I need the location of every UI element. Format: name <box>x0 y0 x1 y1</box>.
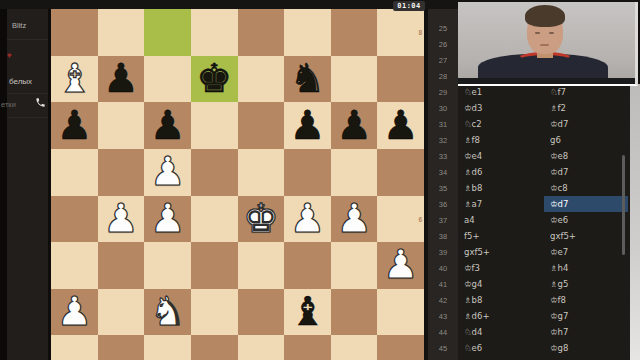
move-number: 29 <box>428 88 458 97</box>
move-33-white[interactable]: ♔e4 <box>458 148 544 164</box>
webcam-bottom-band <box>458 78 635 84</box>
white-pawn[interactable]: ♟ <box>383 244 419 284</box>
move-number: 27 <box>428 56 458 65</box>
square-g5[interactable] <box>331 149 378 196</box>
move-42-black[interactable]: ♔f8 <box>544 292 628 308</box>
window-right-strip <box>630 84 640 360</box>
move-31-white[interactable]: ♘c2 <box>458 116 544 132</box>
move-number: 26 <box>428 40 458 49</box>
square-d2[interactable] <box>191 289 238 336</box>
move-32-black[interactable]: g6 <box>544 132 628 148</box>
square-f8[interactable] <box>284 9 331 56</box>
move-37-black[interactable]: ♔e6 <box>544 212 628 228</box>
move-row-30: 30♔d3♗f2 <box>428 100 630 116</box>
move-number: 35 <box>428 184 458 193</box>
square-e2[interactable] <box>238 289 285 336</box>
move-row-45: 45♘e6♔g8 <box>428 340 630 356</box>
move-number: 43 <box>428 312 458 321</box>
move-number: 38 <box>428 232 458 241</box>
square-d5[interactable] <box>191 149 238 196</box>
move-37-white[interactable]: a4 <box>458 212 544 228</box>
move-number: 32 <box>428 136 458 145</box>
move-row-33: 33♔e4♔e8 <box>428 148 630 164</box>
square-c4[interactable]: ♟ <box>144 196 191 243</box>
sidebar-divider <box>7 117 48 118</box>
square-e1[interactable] <box>238 335 285 360</box>
move-38-white[interactable]: f5+ <box>458 228 544 244</box>
move-row-34: 34♗d6♔d7 <box>428 164 630 180</box>
square-e3[interactable] <box>238 242 285 289</box>
square-b8[interactable] <box>98 9 145 56</box>
square-b4[interactable]: ♟ <box>98 196 145 243</box>
chess-board[interactable]: 8♝♟♚♞7♟♟♟♟♟6♟5♟♟♚♟♟4♟3♟♞♝21 <box>51 9 424 360</box>
square-c2[interactable]: ♞ <box>144 289 191 336</box>
square-g7[interactable] <box>331 56 378 103</box>
move-number: 36 <box>428 200 458 209</box>
square-c6[interactable]: ♟ <box>144 102 191 149</box>
square-e5[interactable] <box>238 149 285 196</box>
sidebar: Blitz ♥ белых етки <box>7 9 48 360</box>
white-pawn[interactable]: ♟ <box>56 291 92 331</box>
move-44-black[interactable]: ♔h7 <box>544 324 628 340</box>
move-number: 37 <box>428 216 458 225</box>
streamer-hair <box>525 5 565 27</box>
move-number: 25 <box>428 24 458 33</box>
square-b2[interactable] <box>98 289 145 336</box>
move-32-white[interactable]: ♗f8 <box>458 132 544 148</box>
black-bishop[interactable]: ♝ <box>290 291 326 331</box>
move-45-white[interactable]: ♘e6 <box>458 340 544 356</box>
square-b5[interactable] <box>98 149 145 196</box>
move-row-44: 44♘d4♔h7 <box>428 324 630 340</box>
white-bishop[interactable]: ♝ <box>56 58 92 98</box>
move-number: 28 <box>428 72 458 81</box>
move-number: 44 <box>428 328 458 337</box>
streamer-mouth <box>540 44 549 46</box>
move-row-36: 36♗a7♔d7 <box>428 196 630 212</box>
square-d1[interactable] <box>191 335 238 360</box>
move-46-white[interactable]: b5 <box>458 356 544 360</box>
move-43-white[interactable]: ♗d6+ <box>458 308 544 324</box>
square-e6[interactable] <box>238 102 285 149</box>
square-h1[interactable]: 1 <box>377 335 424 360</box>
white-pawn[interactable]: ♟ <box>150 151 186 191</box>
phone-icon[interactable] <box>35 97 46 108</box>
square-a2[interactable]: ♟ <box>51 289 98 336</box>
move-31-black[interactable]: ♔d7 <box>544 116 628 132</box>
square-e8[interactable] <box>238 9 285 56</box>
sidebar-divider <box>7 93 48 94</box>
move-42-white[interactable]: ♗b8 <box>458 292 544 308</box>
square-c3[interactable] <box>144 242 191 289</box>
black-pawn[interactable]: ♟ <box>383 105 419 145</box>
move-40-white[interactable]: ♔f3 <box>458 260 544 276</box>
square-g2[interactable] <box>331 289 378 336</box>
move-30-white[interactable]: ♔d3 <box>458 100 544 116</box>
square-h4[interactable]: 4 <box>377 196 424 243</box>
square-f5[interactable] <box>284 149 331 196</box>
rank-label-8: 8 <box>418 29 422 36</box>
stream-clock: 01:04 <box>393 1 425 11</box>
black-pawn[interactable]: ♟ <box>103 58 139 98</box>
square-b3[interactable] <box>98 242 145 289</box>
move-number: 42 <box>428 296 458 305</box>
notes-label-fragment: етки <box>1 100 16 109</box>
square-b7[interactable]: ♟ <box>98 56 145 103</box>
move-number: 31 <box>428 120 458 129</box>
square-g4[interactable]: ♟ <box>331 196 378 243</box>
move-44-white[interactable]: ♘d4 <box>458 324 544 340</box>
move-row-37: 37a4♔e6 <box>428 212 630 228</box>
square-f4[interactable]: ♟ <box>284 196 331 243</box>
move-30-black[interactable]: ♗f2 <box>544 100 628 116</box>
square-h5[interactable]: 5 <box>377 149 424 196</box>
left-edge-strip <box>0 0 7 360</box>
move-number: 40 <box>428 264 458 273</box>
sidebar-divider <box>7 39 48 40</box>
black-pawn[interactable]: ♟ <box>336 105 372 145</box>
rank-label-6: 6 <box>418 215 422 222</box>
move-34-black[interactable]: ♔d7 <box>544 164 628 180</box>
black-pawn[interactable]: ♟ <box>56 105 92 145</box>
square-g6[interactable]: ♟ <box>331 102 378 149</box>
black-pawn[interactable]: ♟ <box>150 105 186 145</box>
square-a3[interactable] <box>51 242 98 289</box>
white-king[interactable]: ♚ <box>243 198 279 238</box>
move-29-white[interactable]: ♘e1 <box>458 84 544 100</box>
square-d8[interactable] <box>191 9 238 56</box>
streamer-eye <box>549 32 554 34</box>
move-34-white[interactable]: ♗d6 <box>458 164 544 180</box>
game-type-label: Blitz <box>12 21 26 30</box>
square-f2[interactable]: ♝ <box>284 289 331 336</box>
square-a1[interactable] <box>51 335 98 360</box>
white-knight[interactable]: ♞ <box>150 291 186 331</box>
square-h7[interactable]: 7 <box>377 56 424 103</box>
square-a4[interactable] <box>51 196 98 243</box>
move-list-scrollbar[interactable] <box>622 155 625 255</box>
white-pawn[interactable]: ♟ <box>290 198 326 238</box>
square-a5[interactable] <box>51 149 98 196</box>
move-35-black[interactable]: ♔c8 <box>544 180 628 196</box>
move-number: 34 <box>428 168 458 177</box>
square-h3[interactable]: ♟3 <box>377 242 424 289</box>
move-row-32: 32♗f8g6 <box>428 132 630 148</box>
heart-icon: ♥ <box>7 51 12 60</box>
move-row-29: 29♘e1♘f7 <box>428 84 630 100</box>
move-45-black[interactable]: ♔g8 <box>544 340 628 356</box>
webcam-feed <box>458 2 638 86</box>
black-knight[interactable]: ♞ <box>290 58 326 98</box>
move-40-black[interactable]: ♗h4 <box>544 260 628 276</box>
square-g8[interactable] <box>331 9 378 56</box>
square-a6[interactable]: ♟ <box>51 102 98 149</box>
square-d4[interactable] <box>191 196 238 243</box>
result-text-fragment: белых <box>9 77 32 86</box>
square-h8[interactable]: 8 <box>377 9 424 56</box>
move-row-35: 35♗b8♔c8 <box>428 180 630 196</box>
move-row-46: 46b5♔h7 <box>428 356 630 360</box>
black-pawn[interactable]: ♟ <box>290 105 326 145</box>
square-c8[interactable] <box>144 9 191 56</box>
move-36-white[interactable]: ♗a7 <box>458 196 544 212</box>
square-d3[interactable] <box>191 242 238 289</box>
move-35-white[interactable]: ♗b8 <box>458 180 544 196</box>
square-d6[interactable] <box>191 102 238 149</box>
square-f7[interactable]: ♞ <box>284 56 331 103</box>
square-a8[interactable] <box>51 9 98 56</box>
rank-label-7: 7 <box>418 122 422 129</box>
move-number: 45 <box>428 344 458 353</box>
move-41-black[interactable]: ♗g5 <box>544 276 628 292</box>
move-number: 39 <box>428 248 458 257</box>
move-41-white[interactable]: ♔g4 <box>458 276 544 292</box>
square-b1[interactable] <box>98 335 145 360</box>
move-33-black[interactable]: ♔e8 <box>544 148 628 164</box>
move-46-black[interactable]: ♔h7 <box>544 356 628 360</box>
white-pawn[interactable]: ♟ <box>336 198 372 238</box>
move-38-black[interactable]: gxf5+ <box>544 228 628 244</box>
move-number: 41 <box>428 280 458 289</box>
move-row-38: 38f5+gxf5+ <box>428 228 630 244</box>
white-pawn[interactable]: ♟ <box>150 198 186 238</box>
move-39-black[interactable]: ♔e7 <box>544 244 628 260</box>
square-h6[interactable]: ♟6 <box>377 102 424 149</box>
square-d7[interactable]: ♚ <box>191 56 238 103</box>
square-g1[interactable] <box>331 335 378 360</box>
streamer-eye <box>535 32 540 34</box>
black-king[interactable]: ♚ <box>196 58 232 98</box>
square-f6[interactable]: ♟ <box>284 102 331 149</box>
move-39-white[interactable]: gxf5+ <box>458 244 544 260</box>
move-number: 33 <box>428 152 458 161</box>
sidebar-board-gap <box>48 9 51 360</box>
square-e7[interactable] <box>238 56 285 103</box>
move-number: 30 <box>428 104 458 113</box>
square-g3[interactable] <box>331 242 378 289</box>
move-43-black[interactable]: ♔g7 <box>544 308 628 324</box>
square-c1[interactable] <box>144 335 191 360</box>
square-c5[interactable]: ♟ <box>144 149 191 196</box>
move-row-39: 39gxf5+♔e7 <box>428 244 630 260</box>
square-b6[interactable] <box>98 102 145 149</box>
move-29-black[interactable]: ♘f7 <box>544 84 628 100</box>
move-row-43: 43♗d6+♔g7 <box>428 308 630 324</box>
square-e4[interactable]: ♚ <box>238 196 285 243</box>
move-row-41: 41♔g4♗g5 <box>428 276 630 292</box>
move-row-31: 31♘c2♔d7 <box>428 116 630 132</box>
move-36-black[interactable]: ♔d7 <box>544 196 628 212</box>
square-f1[interactable] <box>284 335 331 360</box>
rank-label-5: 5 <box>418 308 422 315</box>
white-pawn[interactable]: ♟ <box>103 198 139 238</box>
square-h2[interactable]: 2 <box>377 289 424 336</box>
square-c7[interactable] <box>144 56 191 103</box>
move-row-42: 42♗b8♔f8 <box>428 292 630 308</box>
square-a7[interactable]: ♝ <box>51 56 98 103</box>
move-row-40: 40♔f3♗h4 <box>428 260 630 276</box>
square-f3[interactable] <box>284 242 331 289</box>
